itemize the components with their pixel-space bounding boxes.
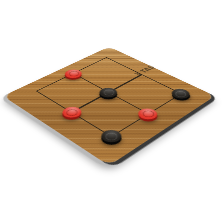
game-board: 3 TAŞ xyxy=(2,46,214,165)
black-piece[interactable] xyxy=(167,87,192,101)
black-piece[interactable] xyxy=(97,127,125,144)
scene: 3 TAŞ xyxy=(0,0,222,222)
board-grid xyxy=(35,57,181,137)
